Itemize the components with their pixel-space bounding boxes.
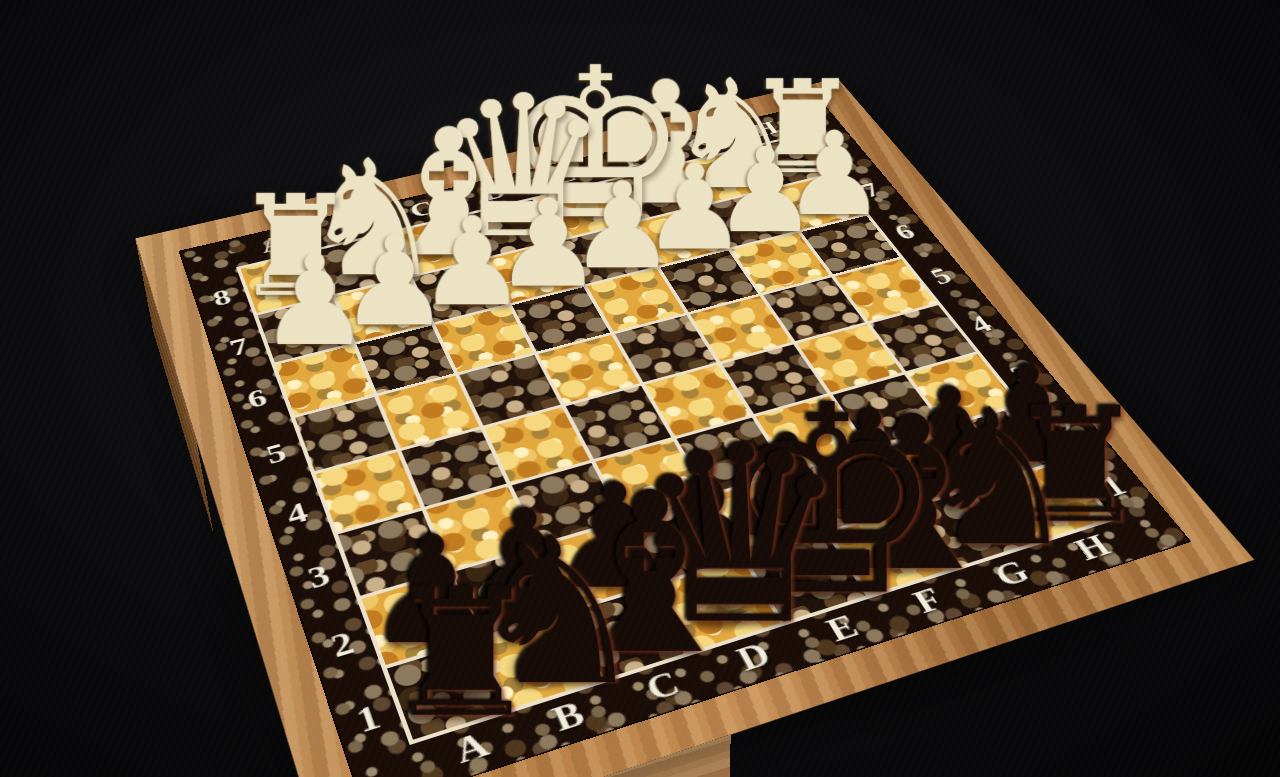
chess-box: ABCDEFGH ABCDEFGH 87654321 87654321 ♜♞♝♛… — [135, 78, 1254, 777]
piece-white-knight[interactable]: ♞ — [301, 152, 445, 288]
piece-white-rook[interactable]: ♜ — [745, 74, 860, 183]
scene: ABCDEFGH ABCDEFGH 87654321 87654321 ♜♞♝♛… — [0, 0, 1280, 777]
square-c8[interactable]: ♝ — [392, 216, 483, 275]
square-b7[interactable]: ♟ — [336, 278, 430, 342]
coordinate-label-C: C — [380, 190, 464, 229]
photo-background: ABCDEFGH ABCDEFGH 87654321 87654321 ♜♞♝♛… — [0, 0, 1280, 777]
square-f6[interactable] — [660, 251, 758, 313]
square-c6[interactable] — [435, 306, 533, 372]
piece-white-knight[interactable]: ♞ — [667, 71, 802, 199]
piece-white-bishop[interactable]: ♝ — [370, 120, 528, 269]
square-b6[interactable] — [357, 325, 455, 393]
coordinate-label-D: D — [452, 174, 535, 212]
piece-white-pawn[interactable]: ♟ — [569, 177, 676, 279]
coordinate-label-H: H — [726, 112, 806, 147]
square-e5[interactable] — [615, 315, 717, 382]
coordinate-label-7: 7 — [837, 166, 905, 216]
square-d5[interactable] — [538, 335, 640, 404]
coordinate-label-E: E — [523, 158, 605, 195]
square-f8[interactable]: ♝ — [605, 167, 697, 222]
square-a6[interactable] — [276, 345, 373, 415]
piece-white-king[interactable]: ♚ — [502, 57, 688, 234]
piece-black-rook[interactable]: ♜ — [382, 579, 541, 730]
square-g8[interactable]: ♞ — [673, 151, 765, 205]
piece-white-rook[interactable]: ♜ — [233, 188, 358, 307]
square-d7[interactable]: ♟ — [488, 242, 583, 303]
piece-white-queen[interactable]: ♛ — [435, 85, 610, 251]
coordinate-label-5: 5 — [905, 250, 979, 306]
coordinate-label-6: 6 — [870, 206, 941, 259]
coordinate-label-F: F — [592, 142, 674, 178]
piece-white-pawn[interactable]: ♟ — [259, 249, 372, 356]
piece-white-pawn[interactable]: ♟ — [642, 159, 748, 259]
coordinate-label-B: B — [306, 207, 390, 247]
piece-white-pawn[interactable]: ♟ — [783, 126, 886, 224]
square-h6[interactable] — [801, 216, 899, 275]
piece-white-pawn[interactable]: ♟ — [418, 212, 528, 316]
square-g7[interactable]: ♟ — [702, 191, 797, 248]
square-a7[interactable]: ♟ — [258, 297, 352, 362]
square-h8[interactable]: ♜ — [740, 136, 832, 188]
piece-white-pawn[interactable]: ♟ — [494, 194, 602, 297]
metal-clasp-icon[interactable]: ✣ — [789, 713, 857, 777]
coordinate-label-5: 5 — [244, 420, 309, 489]
piece-white-bishop[interactable]: ♝ — [590, 72, 742, 216]
square-e8[interactable]: ♚ — [536, 183, 628, 239]
square-e6[interactable] — [587, 269, 685, 332]
coordinate-label-A: A — [231, 224, 316, 265]
square-c7[interactable]: ♟ — [413, 260, 507, 322]
coordinate-label-7: 7 — [209, 317, 269, 378]
piece-white-pawn[interactable]: ♟ — [339, 230, 450, 335]
square-d6[interactable] — [512, 287, 610, 352]
coordinate-label-6: 6 — [226, 367, 289, 432]
coordinate-label-8: 8 — [805, 127, 871, 174]
coordinate-label-G: G — [660, 127, 741, 163]
square-h7[interactable]: ♟ — [770, 175, 865, 230]
coordinate-label-8: 8 — [194, 270, 252, 327]
square-a8[interactable]: ♜ — [241, 251, 332, 313]
file-labels-far: ABCDEFGH — [231, 112, 806, 265]
square-d8[interactable]: ♛ — [465, 200, 556, 257]
square-e7[interactable]: ♟ — [561, 225, 656, 284]
square-b8[interactable]: ♞ — [317, 234, 408, 294]
square-f7[interactable]: ♟ — [632, 208, 727, 266]
piece-white-pawn[interactable]: ♟ — [713, 143, 818, 242]
square-g5[interactable] — [763, 277, 865, 341]
square-h5[interactable] — [835, 259, 937, 321]
square-a1[interactable]: ♜ — [387, 641, 506, 740]
square-g6[interactable] — [732, 233, 830, 293]
